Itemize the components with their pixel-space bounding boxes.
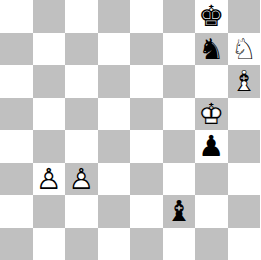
square-f7[interactable] [163,33,196,66]
pawn-glyph: ♙ [33,163,66,196]
chess-board: ♚♞♞♘♝♗♚♔♟♟♙♟♙♝ [0,0,260,260]
square-f8[interactable] [163,0,196,33]
square-h5[interactable] [228,98,261,131]
square-f4[interactable] [163,130,196,163]
square-b2[interactable] [33,195,66,228]
square-g8[interactable]: ♚ [195,0,228,33]
square-b3[interactable]: ♟♙ [33,163,66,196]
square-d2[interactable] [98,195,131,228]
pawn-glyph: ♟ [195,130,228,163]
square-c6[interactable] [65,65,98,98]
white-bishop-piece[interactable]: ♝♗ [228,65,261,98]
knight-glyph: ♘ [228,33,261,66]
square-a5[interactable] [0,98,33,131]
square-c7[interactable] [65,33,98,66]
square-a7[interactable] [0,33,33,66]
square-f5[interactable] [163,98,196,131]
square-c8[interactable] [65,0,98,33]
square-h4[interactable] [228,130,261,163]
square-d7[interactable] [98,33,131,66]
square-f3[interactable] [163,163,196,196]
square-e3[interactable] [130,163,163,196]
square-d1[interactable] [98,228,131,260]
square-c3[interactable]: ♟♙ [65,163,98,196]
black-king-piece[interactable]: ♚ [195,0,228,33]
square-c1[interactable] [65,228,98,260]
square-a8[interactable] [0,0,33,33]
square-g1[interactable] [195,228,228,260]
square-h2[interactable] [228,195,261,228]
square-g5[interactable]: ♚♔ [195,98,228,131]
square-a3[interactable] [0,163,33,196]
king-glyph: ♔ [195,98,228,131]
square-f1[interactable] [163,228,196,260]
white-king-piece[interactable]: ♚♔ [195,98,228,131]
square-d8[interactable] [98,0,131,33]
square-g2[interactable] [195,195,228,228]
black-knight-piece[interactable]: ♞ [195,33,228,66]
square-f2[interactable]: ♝ [163,195,196,228]
square-e5[interactable] [130,98,163,131]
square-h1[interactable] [228,228,261,260]
square-b5[interactable] [33,98,66,131]
square-b6[interactable] [33,65,66,98]
square-g3[interactable] [195,163,228,196]
square-a1[interactable] [0,228,33,260]
white-pawn-piece[interactable]: ♟♙ [65,163,98,196]
square-a2[interactable] [0,195,33,228]
square-g4[interactable]: ♟ [195,130,228,163]
square-e4[interactable] [130,130,163,163]
pawn-glyph: ♙ [65,163,98,196]
square-d3[interactable] [98,163,131,196]
square-e2[interactable] [130,195,163,228]
square-e8[interactable] [130,0,163,33]
square-e6[interactable] [130,65,163,98]
square-b7[interactable] [33,33,66,66]
square-b1[interactable] [33,228,66,260]
square-e1[interactable] [130,228,163,260]
square-a6[interactable] [0,65,33,98]
square-g6[interactable] [195,65,228,98]
king-glyph: ♚ [195,0,228,33]
black-bishop-piece[interactable]: ♝ [163,195,196,228]
square-b8[interactable] [33,0,66,33]
white-knight-piece[interactable]: ♞♘ [228,33,261,66]
square-d6[interactable] [98,65,131,98]
square-h6[interactable]: ♝♗ [228,65,261,98]
square-c2[interactable] [65,195,98,228]
bishop-glyph: ♝ [163,195,196,228]
chess-diagram: ♚♞♞♘♝♗♚♔♟♟♙♟♙♝ [0,0,260,260]
square-d5[interactable] [98,98,131,131]
square-e7[interactable] [130,33,163,66]
square-d4[interactable] [98,130,131,163]
square-c4[interactable] [65,130,98,163]
square-h8[interactable] [228,0,261,33]
square-h7[interactable]: ♞♘ [228,33,261,66]
square-h3[interactable] [228,163,261,196]
square-a4[interactable] [0,130,33,163]
white-pawn-piece[interactable]: ♟♙ [33,163,66,196]
knight-glyph: ♞ [195,33,228,66]
black-pawn-piece[interactable]: ♟ [195,130,228,163]
square-b4[interactable] [33,130,66,163]
bishop-glyph: ♗ [228,65,261,98]
square-f6[interactable] [163,65,196,98]
square-g7[interactable]: ♞ [195,33,228,66]
square-c5[interactable] [65,98,98,131]
